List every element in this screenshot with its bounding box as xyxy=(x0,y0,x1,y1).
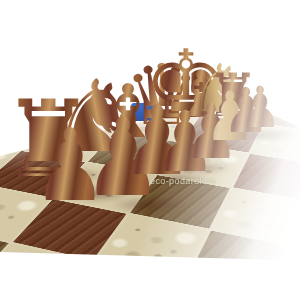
photo-bottom-margin xyxy=(0,252,300,300)
chess-set-photo: ♜♞♝♛♚♝♞♜♟♟♟♟♟♟♟♟ eco-podarok.ru xyxy=(0,0,300,300)
watermark-text: eco-podarok.ru xyxy=(150,176,216,186)
piece-pawn-8: ♟ xyxy=(239,79,281,136)
